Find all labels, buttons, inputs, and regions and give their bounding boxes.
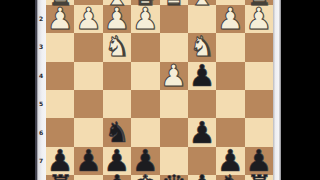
square-a8[interactable]: ♜ [245, 175, 273, 180]
square-b4[interactable] [216, 62, 244, 90]
square-a1[interactable]: ♜ [245, 0, 273, 5]
square-f8[interactable]: ♝ [103, 175, 131, 180]
square-b3[interactable] [216, 33, 244, 61]
square-c4[interactable]: ♟ [188, 62, 216, 90]
square-f1[interactable]: ♝ [103, 0, 131, 5]
square-c8[interactable]: ♝ [188, 175, 216, 180]
black-bishop: ♝ [104, 172, 129, 180]
square-g3[interactable] [74, 33, 102, 61]
white-bishop: ♝ [104, 0, 129, 10]
rank-label-4: 4 [36, 72, 46, 80]
square-g4[interactable] [74, 62, 102, 90]
square-a5[interactable] [245, 90, 273, 118]
square-h4[interactable] [46, 62, 74, 90]
white-bishop: ♝ [190, 0, 215, 10]
video-frame: 12345678 ♜♝♚♛♝♜♟♟♟♟♟♟♞♞♟♟♞♟♟♟♟♟♟♟♜♝♚♛♝♞♜ [0, 0, 320, 180]
square-e3[interactable] [131, 33, 159, 61]
rank-label-2: 2 [36, 15, 46, 23]
square-h1[interactable]: ♜ [46, 0, 74, 5]
rank-label-6: 6 [36, 129, 46, 137]
board-right-margin [273, 0, 281, 180]
square-g5[interactable] [74, 90, 102, 118]
square-e8[interactable]: ♚ [131, 175, 159, 180]
square-f5[interactable] [103, 90, 131, 118]
rank-label-7: 7 [36, 157, 46, 165]
white-knight: ♞ [104, 33, 129, 61]
square-h5[interactable] [46, 90, 74, 118]
white-rook: ♜ [48, 0, 73, 10]
square-c6[interactable]: ♟ [188, 118, 216, 146]
black-knight: ♞ [218, 172, 243, 180]
black-pawn: ♟ [189, 61, 216, 91]
square-h3[interactable] [46, 33, 74, 61]
square-b2[interactable]: ♟ [216, 5, 244, 33]
square-g8[interactable] [74, 175, 102, 180]
white-pawn: ♟ [160, 61, 187, 91]
square-e4[interactable] [131, 62, 159, 90]
rank-label-3: 3 [36, 43, 46, 51]
square-g2[interactable]: ♟ [74, 5, 102, 33]
square-e5[interactable] [131, 90, 159, 118]
square-d5[interactable] [160, 90, 188, 118]
square-g7[interactable]: ♟ [74, 147, 102, 175]
square-b5[interactable] [216, 90, 244, 118]
square-d1[interactable]: ♛ [160, 0, 188, 5]
square-f4[interactable] [103, 62, 131, 90]
square-c1[interactable]: ♝ [188, 0, 216, 5]
white-pawn: ♟ [75, 4, 102, 34]
rank-label-5: 5 [36, 100, 46, 108]
black-queen: ♛ [161, 172, 186, 180]
white-pawn: ♟ [217, 4, 244, 34]
square-f3[interactable]: ♞ [103, 33, 131, 61]
white-king: ♚ [133, 0, 158, 10]
square-e1[interactable]: ♚ [131, 0, 159, 5]
white-rook: ♜ [246, 0, 271, 10]
square-d8[interactable]: ♛ [160, 175, 188, 180]
square-b8[interactable]: ♞ [216, 175, 244, 180]
chess-board[interactable]: ♜♝♚♛♝♜♟♟♟♟♟♟♞♞♟♟♞♟♟♟♟♟♟♟♜♝♚♛♝♞♜ [46, 0, 273, 180]
square-d4[interactable]: ♟ [160, 62, 188, 90]
black-bishop: ♝ [190, 172, 215, 180]
black-pawn: ♟ [75, 146, 102, 176]
black-king: ♚ [133, 172, 158, 180]
square-d6[interactable] [160, 118, 188, 146]
rank-label-strip: 12345678 [35, 0, 46, 180]
square-a3[interactable] [245, 33, 273, 61]
square-h8[interactable]: ♜ [46, 175, 74, 180]
board-grid: ♜♝♚♛♝♜♟♟♟♟♟♟♞♞♟♟♞♟♟♟♟♟♟♟♜♝♚♛♝♞♜ [46, 0, 273, 180]
white-queen: ♛ [161, 0, 186, 10]
black-rook: ♜ [48, 172, 73, 180]
black-pawn: ♟ [189, 118, 216, 148]
black-rook: ♜ [246, 172, 271, 180]
square-a4[interactable] [245, 62, 273, 90]
